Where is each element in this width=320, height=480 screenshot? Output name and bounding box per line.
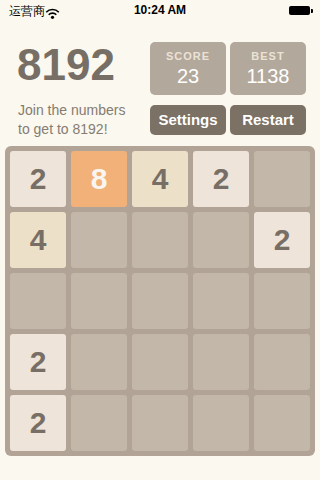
best-box: BEST 1138 [230, 42, 306, 95]
empty-cell [193, 395, 249, 451]
restart-button[interactable]: Restart [230, 105, 306, 135]
tile-4: 4 [132, 151, 188, 207]
score-box: SCORE 23 [150, 42, 226, 95]
game-instructions: Join the numbers to get to 8192! [18, 101, 125, 139]
tile-8: 8 [71, 151, 127, 207]
empty-cell [254, 334, 310, 390]
tile-2: 2 [193, 151, 249, 207]
empty-cell [254, 151, 310, 207]
tile-4: 4 [10, 212, 66, 268]
clock-label: 10:24 AM [0, 3, 320, 17]
empty-cell [71, 273, 127, 329]
empty-cell [71, 395, 127, 451]
empty-cell [193, 212, 249, 268]
screen: 运营商 10:24 AM 8192 SCORE 23 BEST 1138 Joi… [0, 0, 320, 480]
empty-cell [71, 212, 127, 268]
score-value: 23 [150, 65, 226, 88]
tile-2: 2 [10, 334, 66, 390]
score-label: SCORE [150, 50, 226, 62]
instructions-line1: Join the numbers [18, 101, 125, 120]
empty-cell [71, 334, 127, 390]
empty-cell [10, 273, 66, 329]
empty-cell [132, 334, 188, 390]
status-bar: 运营商 10:24 AM [0, 0, 320, 20]
tile-2: 2 [10, 395, 66, 451]
best-value: 1138 [230, 65, 306, 88]
empty-cell [254, 395, 310, 451]
best-label: BEST [230, 50, 306, 62]
tile-2: 2 [10, 151, 66, 207]
empty-cell [193, 273, 249, 329]
tile-2: 2 [254, 212, 310, 268]
battery-icon [289, 6, 310, 15]
empty-cell [254, 273, 310, 329]
game-title: 8192 [17, 40, 115, 90]
game-board[interactable]: 28424222 [5, 146, 315, 456]
empty-cell [193, 334, 249, 390]
empty-cell [132, 395, 188, 451]
empty-cell [132, 212, 188, 268]
instructions-line2: to get to 8192! [18, 120, 125, 139]
empty-cell [132, 273, 188, 329]
settings-button[interactable]: Settings [150, 105, 226, 135]
